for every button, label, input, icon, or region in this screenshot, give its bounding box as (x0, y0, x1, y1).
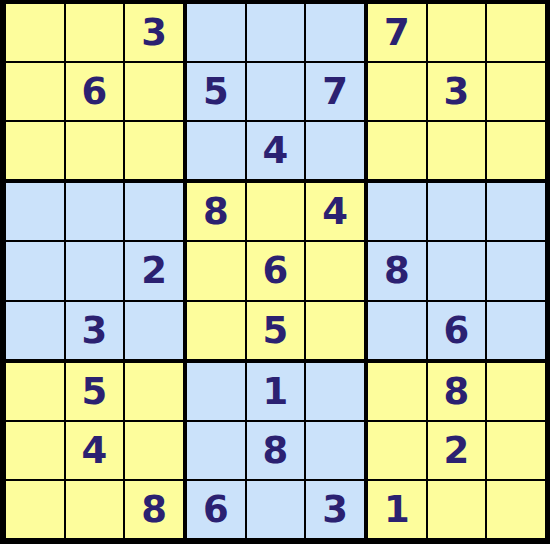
cell-r6c7-empty[interactable] (368, 302, 426, 359)
cell-r2c4-given[interactable]: 5 (187, 63, 245, 120)
cell-r7c9-empty[interactable] (487, 363, 545, 420)
sudoku-board-frame: 3657473238465865481863821 (0, 0, 550, 544)
cell-r6c1-empty[interactable] (6, 302, 64, 359)
cell-r3c6-empty[interactable] (306, 122, 364, 179)
cell-r1c6-empty[interactable] (306, 4, 364, 61)
cell-r4c2-empty[interactable] (66, 183, 124, 240)
box-4: 23 (6, 183, 183, 358)
cell-r7c4-empty[interactable] (187, 363, 245, 420)
cell-r5c7-given[interactable]: 8 (368, 242, 426, 299)
cell-r5c5-given[interactable]: 6 (247, 242, 305, 299)
cell-r7c8-given[interactable]: 8 (428, 363, 486, 420)
cell-r3c5-given[interactable]: 4 (247, 122, 305, 179)
cell-r7c7-empty[interactable] (368, 363, 426, 420)
box-1: 36 (6, 4, 183, 179)
cell-r9c2-empty[interactable] (66, 481, 124, 538)
box-3: 73 (368, 4, 545, 179)
cell-r3c2-empty[interactable] (66, 122, 124, 179)
cell-r1c1-empty[interactable] (6, 4, 64, 61)
cell-r7c5-given[interactable]: 1 (247, 363, 305, 420)
cell-r7c3-empty[interactable] (125, 363, 183, 420)
cell-r6c4-empty[interactable] (187, 302, 245, 359)
cell-r6c6-empty[interactable] (306, 302, 364, 359)
cell-r5c4-empty[interactable] (187, 242, 245, 299)
cell-r8c1-empty[interactable] (6, 422, 64, 479)
cell-r9c8-empty[interactable] (428, 481, 486, 538)
cell-r4c9-empty[interactable] (487, 183, 545, 240)
cell-r4c3-empty[interactable] (125, 183, 183, 240)
cell-r5c2-empty[interactable] (66, 242, 124, 299)
cell-r6c8-given[interactable]: 6 (428, 302, 486, 359)
cell-r3c4-empty[interactable] (187, 122, 245, 179)
cell-r6c2-given[interactable]: 3 (66, 302, 124, 359)
cell-r7c1-empty[interactable] (6, 363, 64, 420)
cell-r9c9-empty[interactable] (487, 481, 545, 538)
cell-r1c8-empty[interactable] (428, 4, 486, 61)
box-2: 574 (187, 4, 364, 179)
cell-r7c2-given[interactable]: 5 (66, 363, 124, 420)
box-7: 548 (6, 363, 183, 538)
box-6: 86 (368, 183, 545, 358)
cell-r4c6-given[interactable]: 4 (306, 183, 364, 240)
cell-r8c7-empty[interactable] (368, 422, 426, 479)
cell-r3c8-empty[interactable] (428, 122, 486, 179)
cell-r2c1-empty[interactable] (6, 63, 64, 120)
cell-r7c6-empty[interactable] (306, 363, 364, 420)
cell-r2c6-given[interactable]: 7 (306, 63, 364, 120)
cell-r9c4-given[interactable]: 6 (187, 481, 245, 538)
cell-r8c6-empty[interactable] (306, 422, 364, 479)
cell-r5c1-empty[interactable] (6, 242, 64, 299)
cell-r2c7-empty[interactable] (368, 63, 426, 120)
box-9: 821 (368, 363, 545, 538)
cell-r2c5-empty[interactable] (247, 63, 305, 120)
cell-r4c1-empty[interactable] (6, 183, 64, 240)
cell-r1c3-given[interactable]: 3 (125, 4, 183, 61)
cell-r1c7-given[interactable]: 7 (368, 4, 426, 61)
cell-r1c4-empty[interactable] (187, 4, 245, 61)
cell-r8c8-given[interactable]: 2 (428, 422, 486, 479)
cell-r9c5-empty[interactable] (247, 481, 305, 538)
cell-r3c3-empty[interactable] (125, 122, 183, 179)
cell-r1c5-empty[interactable] (247, 4, 305, 61)
cell-r3c7-empty[interactable] (368, 122, 426, 179)
cell-r1c2-empty[interactable] (66, 4, 124, 61)
cell-r9c3-given[interactable]: 8 (125, 481, 183, 538)
cell-r8c3-empty[interactable] (125, 422, 183, 479)
cell-r9c1-empty[interactable] (6, 481, 64, 538)
cell-r1c9-empty[interactable] (487, 4, 545, 61)
cell-r5c8-empty[interactable] (428, 242, 486, 299)
cell-r6c9-empty[interactable] (487, 302, 545, 359)
cell-r4c5-empty[interactable] (247, 183, 305, 240)
cell-r8c2-given[interactable]: 4 (66, 422, 124, 479)
cell-r8c4-empty[interactable] (187, 422, 245, 479)
cell-r2c9-empty[interactable] (487, 63, 545, 120)
cell-r4c4-given[interactable]: 8 (187, 183, 245, 240)
cell-r2c8-given[interactable]: 3 (428, 63, 486, 120)
cell-r4c7-empty[interactable] (368, 183, 426, 240)
cell-r5c9-empty[interactable] (487, 242, 545, 299)
cell-r5c6-empty[interactable] (306, 242, 364, 299)
cell-r9c7-given[interactable]: 1 (368, 481, 426, 538)
cell-r5c3-given[interactable]: 2 (125, 242, 183, 299)
cell-r6c5-given[interactable]: 5 (247, 302, 305, 359)
cell-r2c3-empty[interactable] (125, 63, 183, 120)
cell-r3c9-empty[interactable] (487, 122, 545, 179)
box-5: 8465 (187, 183, 364, 358)
cell-r6c3-empty[interactable] (125, 302, 183, 359)
cell-r9c6-given[interactable]: 3 (306, 481, 364, 538)
cell-r3c1-empty[interactable] (6, 122, 64, 179)
cell-r8c5-given[interactable]: 8 (247, 422, 305, 479)
cell-r4c8-empty[interactable] (428, 183, 486, 240)
box-8: 1863 (187, 363, 364, 538)
cell-r2c2-given[interactable]: 6 (66, 63, 124, 120)
sudoku-board: 3657473238465865481863821 (6, 4, 545, 538)
cell-r8c9-empty[interactable] (487, 422, 545, 479)
